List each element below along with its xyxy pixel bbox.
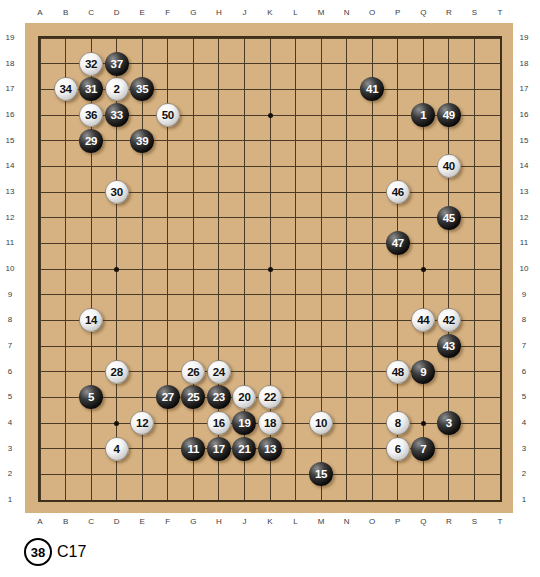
row-label-left: 6 [1,366,19,378]
row-label-right: 6 [515,366,533,378]
stone-white-10: 10 [309,411,333,435]
stone-move-number: 6 [395,443,401,455]
column-label-top: M [311,7,331,19]
stone-move-number: 5 [88,391,94,403]
stone-black-13: 13 [258,437,282,461]
stone-move-number: 39 [136,135,148,147]
star-point [114,267,119,272]
stone-move-number: 20 [238,391,250,403]
stone-move-number: 31 [85,83,97,95]
stone-move-number: 44 [417,314,429,326]
column-label-bottom: Q [413,516,433,528]
star-point [114,421,119,426]
stone-white-6: 6 [386,437,410,461]
row-label-left: 18 [1,58,19,70]
stone-move-number: 50 [162,109,174,121]
row-label-right: 7 [515,340,533,352]
stone-move-number: 40 [443,160,455,172]
stone-move-number: 1 [420,109,426,121]
column-label-top: A [30,7,50,19]
go-diagram-page: 38 C17 AABBCCDDEEFFGGHHJJKKLLMMNNOOPPQQR… [0,0,540,577]
stone-move-number: 21 [238,443,250,455]
stone-move-number: 18 [264,417,276,429]
row-label-left: 9 [1,289,19,301]
row-label-right: 15 [515,135,533,147]
column-label-bottom: F [158,516,178,528]
column-label-bottom: M [311,516,331,528]
row-label-left: 19 [1,32,19,44]
stone-white-30: 30 [105,180,129,204]
row-label-left: 13 [1,186,19,198]
stone-move-number: 26 [187,366,199,378]
column-label-bottom: L [286,516,306,528]
stone-black-9: 9 [411,360,435,384]
row-label-right: 9 [515,289,533,301]
row-label-left: 10 [1,263,19,275]
caption-stone-number: 38 [31,545,45,560]
column-label-top: P [388,7,408,19]
column-label-bottom: T [490,516,510,528]
stone-black-43: 43 [437,334,461,358]
stone-move-number: 16 [213,417,225,429]
stone-white-8: 8 [386,411,410,435]
row-label-left: 2 [1,468,19,480]
stone-move-number: 22 [264,391,276,403]
row-label-left: 5 [1,391,19,403]
row-label-right: 4 [515,417,533,429]
column-label-top: F [158,7,178,19]
stone-white-2: 2 [105,77,129,101]
row-label-left: 12 [1,212,19,224]
stone-white-46: 46 [386,180,410,204]
column-label-top: B [56,7,76,19]
stone-move-number: 10 [315,417,327,429]
row-label-right: 13 [515,186,533,198]
stone-move-number: 7 [420,443,426,455]
row-label-right: 8 [515,314,533,326]
stone-white-28: 28 [105,360,129,384]
stone-white-4: 4 [105,437,129,461]
row-label-left: 4 [1,417,19,429]
row-label-right: 14 [515,160,533,172]
stone-white-24: 24 [207,360,231,384]
row-label-left: 1 [1,494,19,506]
stone-move-number: 33 [111,109,123,121]
stone-move-number: 8 [395,417,401,429]
stone-black-11: 11 [181,437,205,461]
stone-move-number: 15 [315,468,327,480]
stone-black-7: 7 [411,437,435,461]
stone-move-number: 25 [187,391,199,403]
stone-move-number: 34 [59,83,71,95]
row-label-right: 19 [515,32,533,44]
row-label-left: 7 [1,340,19,352]
caption-stone-white-38: 38 [24,538,52,566]
column-label-bottom: A [30,516,50,528]
column-label-top: N [337,7,357,19]
stone-move-number: 4 [114,443,120,455]
stone-move-number: 42 [443,314,455,326]
stone-move-number: 32 [85,58,97,70]
stone-move-number: 30 [111,186,123,198]
column-label-top: D [107,7,127,19]
column-label-top: S [464,7,484,19]
stone-black-49: 49 [437,103,461,127]
star-point [268,267,273,272]
column-label-top: J [234,7,254,19]
caption-move-coordinate: C17 [57,543,86,561]
row-label-right: 3 [515,443,533,455]
stone-white-18: 18 [258,411,282,435]
column-label-bottom: S [464,516,484,528]
stone-move-number: 23 [213,391,225,403]
stone-move-number: 46 [392,186,404,198]
stone-black-33: 33 [105,103,129,127]
row-label-right: 5 [515,391,533,403]
stone-black-37: 37 [105,52,129,76]
row-label-right: 10 [515,263,533,275]
stone-move-number: 17 [213,443,225,455]
column-label-bottom: J [234,516,254,528]
column-label-top: K [260,7,280,19]
row-label-left: 11 [1,237,19,249]
stone-move-number: 35 [136,83,148,95]
column-label-bottom: B [56,516,76,528]
star-point [421,421,426,426]
row-label-left: 3 [1,443,19,455]
column-label-bottom: K [260,516,280,528]
row-label-right: 17 [515,83,533,95]
row-label-left: 14 [1,160,19,172]
stone-black-39: 39 [130,129,154,153]
stone-move-number: 3 [446,417,452,429]
stone-move-number: 2 [114,83,120,95]
star-point [268,113,273,118]
column-label-top: O [362,7,382,19]
column-label-bottom: O [362,516,382,528]
stone-move-number: 28 [111,366,123,378]
column-label-bottom: E [132,516,152,528]
stone-white-16: 16 [207,411,231,435]
stone-white-36: 36 [79,103,103,127]
stone-move-number: 36 [85,109,97,121]
column-label-top: R [439,7,459,19]
stone-move-number: 41 [366,83,378,95]
stone-move-number: 11 [188,443,200,455]
row-label-left: 17 [1,83,19,95]
row-label-right: 2 [515,468,533,480]
column-label-bottom: R [439,516,459,528]
column-label-bottom: C [81,516,101,528]
stone-white-50: 50 [156,103,180,127]
caption: 38 C17 [24,538,86,566]
stone-white-34: 34 [54,77,78,101]
stone-move-number: 14 [85,314,97,326]
stone-white-26: 26 [181,360,205,384]
row-label-left: 16 [1,109,19,121]
stone-black-29: 29 [79,129,103,153]
stone-move-number: 9 [420,366,426,378]
stone-move-number: 43 [443,340,455,352]
column-label-bottom: G [183,516,203,528]
column-label-top: T [490,7,510,19]
column-label-top: Q [413,7,433,19]
stone-black-47: 47 [386,231,410,255]
column-label-bottom: D [107,516,127,528]
row-label-right: 18 [515,58,533,70]
row-label-left: 8 [1,314,19,326]
stone-black-3: 3 [437,411,461,435]
stone-move-number: 47 [392,237,404,249]
row-label-right: 12 [515,212,533,224]
stone-black-21: 21 [232,437,256,461]
stone-move-number: 19 [238,417,250,429]
stone-move-number: 29 [85,135,97,147]
row-label-right: 1 [515,494,533,506]
stone-move-number: 45 [443,212,455,224]
stone-black-27: 27 [156,385,180,409]
column-label-top: E [132,7,152,19]
row-label-right: 16 [515,109,533,121]
stone-move-number: 49 [443,109,455,121]
column-label-top: G [183,7,203,19]
stone-move-number: 24 [213,366,225,378]
column-label-bottom: P [388,516,408,528]
column-label-bottom: N [337,516,357,528]
stone-white-48: 48 [386,360,410,384]
stone-move-number: 48 [392,366,404,378]
column-label-top: H [209,7,229,19]
stone-white-32: 32 [79,52,103,76]
row-label-left: 15 [1,135,19,147]
stone-black-17: 17 [207,437,231,461]
column-label-top: L [286,7,306,19]
stone-move-number: 13 [264,443,276,455]
stone-move-number: 37 [111,58,123,70]
stone-move-number: 12 [136,417,148,429]
stone-black-45: 45 [437,206,461,230]
stone-move-number: 27 [162,391,174,403]
column-label-bottom: H [209,516,229,528]
star-point [421,267,426,272]
row-label-right: 11 [515,237,533,249]
column-label-top: C [81,7,101,19]
